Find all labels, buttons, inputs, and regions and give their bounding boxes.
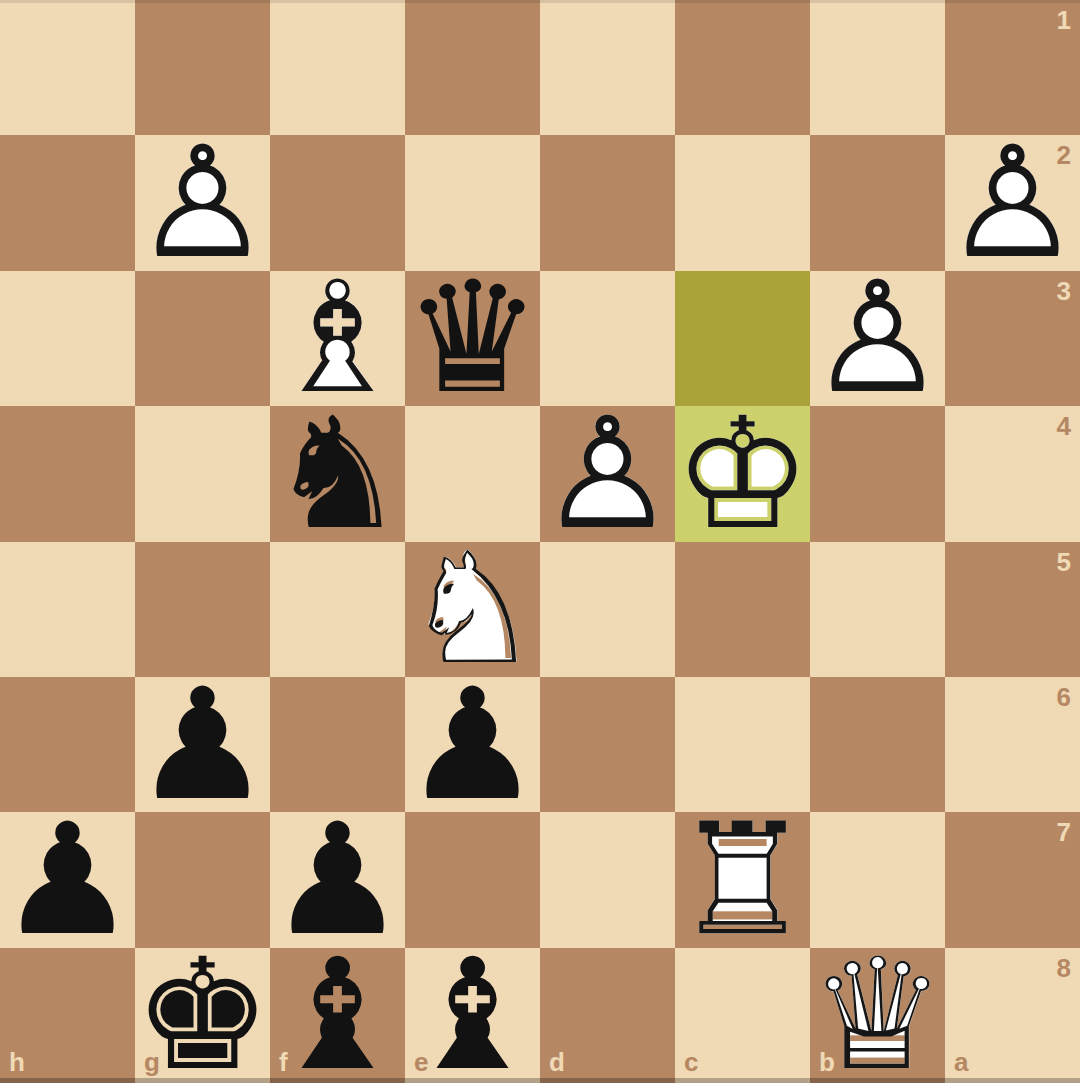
square-f4[interactable]: ♞ [270, 406, 405, 541]
square-b4[interactable] [810, 406, 945, 541]
square-h5[interactable] [0, 542, 135, 677]
piece-glyph-fill: ♞ [403, 532, 541, 686]
square-a8[interactable]: 8a [945, 948, 1080, 1083]
square-b2[interactable] [810, 135, 945, 270]
square-f7[interactable]: ♟ [270, 812, 405, 947]
white-king[interactable]: ♚♔ [675, 406, 810, 541]
rank-label-1: 1 [1057, 7, 1071, 33]
chess-board: 1♟♙2♟♙♝♗♛♟♙3♞♟♙♚♔4♞♘5♟♟6♟♟♜♖7hg♚f♝e♝dcb♛… [0, 0, 1080, 1083]
square-c7[interactable]: ♜♖ [675, 812, 810, 947]
file-label-b: b [819, 1049, 835, 1075]
square-c6[interactable] [675, 677, 810, 812]
piece-glyph-outline: ♖ [673, 803, 811, 957]
square-g7[interactable] [135, 812, 270, 947]
square-h1[interactable] [0, 0, 135, 135]
black-knight[interactable]: ♞ [270, 406, 405, 541]
piece-glyph: ♟ [268, 803, 406, 957]
piece-glyph-outline: ♙ [133, 126, 271, 280]
file-label-e: e [414, 1049, 428, 1075]
square-d4[interactable]: ♟♙ [540, 406, 675, 541]
square-b7[interactable] [810, 812, 945, 947]
square-d1[interactable] [540, 0, 675, 135]
square-e3[interactable]: ♛ [405, 271, 540, 406]
piece-glyph-fill: ♚ [673, 397, 811, 551]
square-h3[interactable] [0, 271, 135, 406]
file-label-h: h [9, 1049, 25, 1075]
square-e6[interactable]: ♟ [405, 677, 540, 812]
rank-label-7: 7 [1057, 819, 1071, 845]
square-g8[interactable]: g♚ [135, 948, 270, 1083]
square-d6[interactable] [540, 677, 675, 812]
piece-glyph: ♝ [268, 938, 406, 1083]
black-pawn[interactable]: ♟ [135, 677, 270, 812]
square-c1[interactable] [675, 0, 810, 135]
square-h8[interactable]: h [0, 948, 135, 1083]
file-label-g: g [144, 1049, 160, 1075]
square-b8[interactable]: b♛♕ [810, 948, 945, 1083]
white-knight[interactable]: ♞♘ [405, 542, 540, 677]
square-f8[interactable]: f♝ [270, 948, 405, 1083]
square-c3[interactable] [675, 271, 810, 406]
square-e4[interactable] [405, 406, 540, 541]
square-h6[interactable] [0, 677, 135, 812]
file-label-d: d [549, 1049, 565, 1075]
piece-glyph-fill: ♜ [673, 803, 811, 957]
piece-glyph-outline: ♙ [808, 261, 946, 415]
square-g5[interactable] [135, 542, 270, 677]
square-g1[interactable] [135, 0, 270, 135]
square-e5[interactable]: ♞♘ [405, 542, 540, 677]
square-e1[interactable] [405, 0, 540, 135]
square-a3[interactable]: 3 [945, 271, 1080, 406]
square-a6[interactable]: 6 [945, 677, 1080, 812]
square-a2[interactable]: 2♟♙ [945, 135, 1080, 270]
piece-glyph-outline: ♔ [673, 397, 811, 551]
square-b6[interactable] [810, 677, 945, 812]
square-d7[interactable] [540, 812, 675, 947]
square-d5[interactable] [540, 542, 675, 677]
black-pawn[interactable]: ♟ [0, 812, 135, 947]
square-c5[interactable] [675, 542, 810, 677]
rank-label-2: 2 [1057, 142, 1071, 168]
file-label-a: a [954, 1049, 968, 1075]
square-e2[interactable] [405, 135, 540, 270]
piece-glyph-fill: ♟ [133, 126, 271, 280]
piece-glyph-fill: ♟ [538, 397, 676, 551]
file-label-c: c [684, 1049, 698, 1075]
square-b3[interactable]: ♟♙ [810, 271, 945, 406]
black-bishop[interactable]: ♝ [270, 948, 405, 1083]
square-a1[interactable]: 1 [945, 0, 1080, 135]
square-h4[interactable] [0, 406, 135, 541]
rank-label-3: 3 [1057, 278, 1071, 304]
rank-label-8: 8 [1057, 955, 1071, 981]
square-h7[interactable]: ♟ [0, 812, 135, 947]
piece-glyph: ♞ [268, 397, 406, 551]
square-c4[interactable]: ♚♔ [675, 406, 810, 541]
square-b1[interactable] [810, 0, 945, 135]
square-f3[interactable]: ♝♗ [270, 271, 405, 406]
square-e8[interactable]: e♝ [405, 948, 540, 1083]
black-pawn[interactable]: ♟ [270, 812, 405, 947]
white-pawn[interactable]: ♟♙ [540, 406, 675, 541]
rank-label-5: 5 [1057, 549, 1071, 575]
piece-glyph-fill: ♟ [808, 261, 946, 415]
square-a4[interactable]: 4 [945, 406, 1080, 541]
square-d8[interactable]: d [540, 948, 675, 1083]
square-g3[interactable] [135, 271, 270, 406]
square-f5[interactable] [270, 542, 405, 677]
square-b5[interactable] [810, 542, 945, 677]
piece-glyph: ♟ [403, 668, 541, 822]
rank-label-6: 6 [1057, 684, 1071, 710]
square-f1[interactable] [270, 0, 405, 135]
piece-glyph-fill: ♝ [268, 261, 406, 415]
square-a7[interactable]: 7 [945, 812, 1080, 947]
piece-glyph-outline: ♗ [268, 261, 406, 415]
square-c2[interactable] [675, 135, 810, 270]
square-a5[interactable]: 5 [945, 542, 1080, 677]
piece-glyph-outline: ♙ [538, 397, 676, 551]
square-e7[interactable] [405, 812, 540, 947]
piece-glyph: ♛ [403, 261, 541, 415]
square-d2[interactable] [540, 135, 675, 270]
square-g6[interactable]: ♟ [135, 677, 270, 812]
white-pawn[interactable]: ♟♙ [135, 135, 270, 270]
square-f2[interactable] [270, 135, 405, 270]
square-g2[interactable]: ♟♙ [135, 135, 270, 270]
piece-glyph: ♟ [0, 803, 137, 957]
square-g4[interactable] [135, 406, 270, 541]
black-pawn[interactable]: ♟ [405, 677, 540, 812]
piece-glyph-outline: ♘ [403, 532, 541, 686]
white-pawn[interactable]: ♟♙ [810, 271, 945, 406]
square-f6[interactable] [270, 677, 405, 812]
rank-label-4: 4 [1057, 413, 1071, 439]
white-bishop[interactable]: ♝♗ [270, 271, 405, 406]
piece-glyph: ♟ [133, 668, 271, 822]
square-d3[interactable] [540, 271, 675, 406]
white-rook[interactable]: ♜♖ [675, 812, 810, 947]
file-label-f: f [279, 1049, 288, 1075]
square-c8[interactable]: c [675, 948, 810, 1083]
black-queen[interactable]: ♛ [405, 271, 540, 406]
square-h2[interactable] [0, 135, 135, 270]
